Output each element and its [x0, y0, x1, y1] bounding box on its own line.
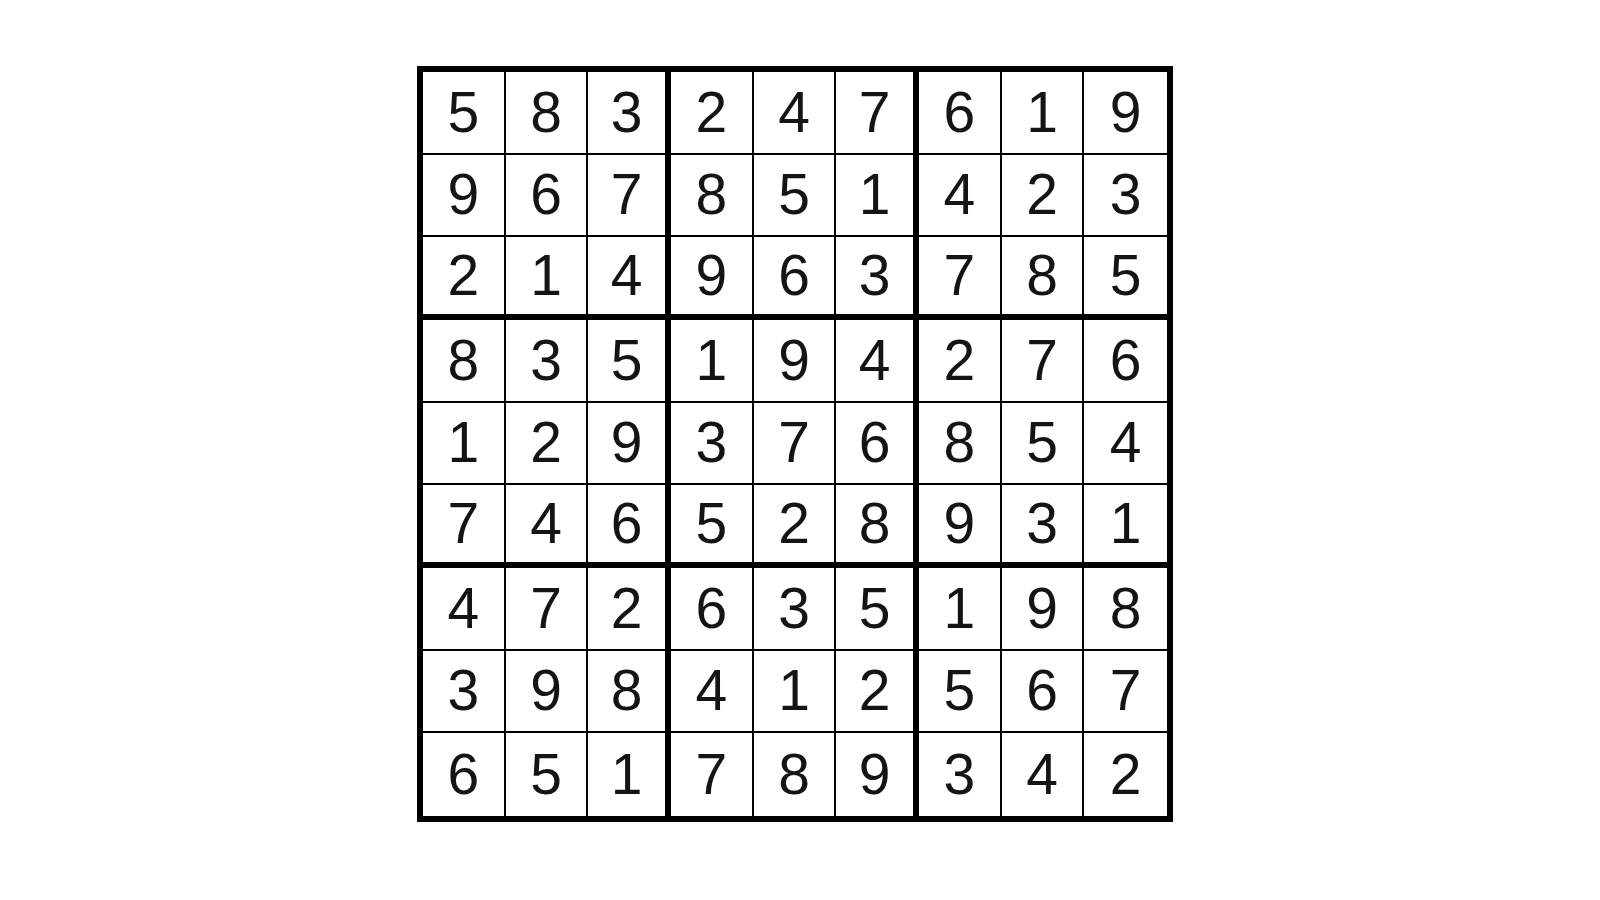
cell-r2c6[interactable]: 1	[836, 155, 919, 238]
cell-r1c1[interactable]: 5	[423, 72, 506, 155]
cell-r7c5[interactable]: 3	[754, 568, 837, 651]
cell-r8c4[interactable]: 4	[671, 651, 754, 734]
cell-r3c4[interactable]: 9	[671, 237, 754, 320]
cell-r6c4[interactable]: 5	[671, 485, 754, 568]
cell-r5c6[interactable]: 6	[836, 403, 919, 486]
cell-r5c7[interactable]: 8	[919, 403, 1002, 486]
cell-r7c3[interactable]: 2	[588, 568, 671, 651]
cell-r2c4[interactable]: 8	[671, 155, 754, 238]
cell-r1c9[interactable]: 9	[1084, 72, 1167, 155]
cell-r9c6[interactable]: 9	[836, 733, 919, 816]
cell-r3c8[interactable]: 8	[1002, 237, 1085, 320]
cell-r9c9[interactable]: 2	[1084, 733, 1167, 816]
cell-r7c6[interactable]: 5	[836, 568, 919, 651]
cell-r8c8[interactable]: 6	[1002, 651, 1085, 734]
cell-r9c4[interactable]: 7	[671, 733, 754, 816]
cell-r5c1[interactable]: 1	[423, 403, 506, 486]
cell-r9c8[interactable]: 4	[1002, 733, 1085, 816]
cell-r4c9[interactable]: 6	[1084, 320, 1167, 403]
cell-r2c3[interactable]: 7	[588, 155, 671, 238]
cell-r1c4[interactable]: 2	[671, 72, 754, 155]
cell-r9c5[interactable]: 8	[754, 733, 837, 816]
cell-r6c1[interactable]: 7	[423, 485, 506, 568]
cell-r3c2[interactable]: 1	[506, 237, 589, 320]
cell-r8c2[interactable]: 9	[506, 651, 589, 734]
cell-r5c5[interactable]: 7	[754, 403, 837, 486]
cell-r5c9[interactable]: 4	[1084, 403, 1167, 486]
cell-r7c2[interactable]: 7	[506, 568, 589, 651]
cell-r3c7[interactable]: 7	[919, 237, 1002, 320]
cell-r8c9[interactable]: 7	[1084, 651, 1167, 734]
cell-r5c4[interactable]: 3	[671, 403, 754, 486]
cell-r7c7[interactable]: 1	[919, 568, 1002, 651]
cell-r4c4[interactable]: 1	[671, 320, 754, 403]
cell-r4c5[interactable]: 9	[754, 320, 837, 403]
cell-r1c8[interactable]: 1	[1002, 72, 1085, 155]
cell-r3c3[interactable]: 4	[588, 237, 671, 320]
cell-r6c5[interactable]: 2	[754, 485, 837, 568]
page-canvas: 5832476199678514232149637858351942761293…	[0, 0, 1600, 900]
cell-r8c5[interactable]: 1	[754, 651, 837, 734]
cell-r7c9[interactable]: 8	[1084, 568, 1167, 651]
cell-r5c2[interactable]: 2	[506, 403, 589, 486]
cell-r9c2[interactable]: 5	[506, 733, 589, 816]
cell-r1c7[interactable]: 6	[919, 72, 1002, 155]
cell-r7c4[interactable]: 6	[671, 568, 754, 651]
cell-r6c7[interactable]: 9	[919, 485, 1002, 568]
cell-r4c6[interactable]: 4	[836, 320, 919, 403]
cell-r9c1[interactable]: 6	[423, 733, 506, 816]
cell-r6c3[interactable]: 6	[588, 485, 671, 568]
cell-r8c6[interactable]: 2	[836, 651, 919, 734]
cell-r1c2[interactable]: 8	[506, 72, 589, 155]
cell-r2c9[interactable]: 3	[1084, 155, 1167, 238]
cell-r4c7[interactable]: 2	[919, 320, 1002, 403]
cell-r3c6[interactable]: 3	[836, 237, 919, 320]
cell-r3c1[interactable]: 2	[423, 237, 506, 320]
cell-r6c2[interactable]: 4	[506, 485, 589, 568]
cell-r1c3[interactable]: 3	[588, 72, 671, 155]
cell-r4c8[interactable]: 7	[1002, 320, 1085, 403]
cell-r3c5[interactable]: 6	[754, 237, 837, 320]
cell-r7c8[interactable]: 9	[1002, 568, 1085, 651]
cell-r2c2[interactable]: 6	[506, 155, 589, 238]
cell-r1c6[interactable]: 7	[836, 72, 919, 155]
cell-r4c1[interactable]: 8	[423, 320, 506, 403]
cell-r8c7[interactable]: 5	[919, 651, 1002, 734]
sudoku-board: 5832476199678514232149637858351942761293…	[417, 66, 1173, 822]
cell-r3c9[interactable]: 5	[1084, 237, 1167, 320]
cell-r2c1[interactable]: 9	[423, 155, 506, 238]
cell-r2c5[interactable]: 5	[754, 155, 837, 238]
cell-r9c3[interactable]: 1	[588, 733, 671, 816]
cell-r8c1[interactable]: 3	[423, 651, 506, 734]
cell-r6c8[interactable]: 3	[1002, 485, 1085, 568]
cell-r8c3[interactable]: 8	[588, 651, 671, 734]
cell-r6c9[interactable]: 1	[1084, 485, 1167, 568]
cell-r5c3[interactable]: 9	[588, 403, 671, 486]
cell-r5c8[interactable]: 5	[1002, 403, 1085, 486]
cell-r2c7[interactable]: 4	[919, 155, 1002, 238]
cell-r4c3[interactable]: 5	[588, 320, 671, 403]
cell-r6c6[interactable]: 8	[836, 485, 919, 568]
cell-r4c2[interactable]: 3	[506, 320, 589, 403]
cell-r9c7[interactable]: 3	[919, 733, 1002, 816]
cell-r2c8[interactable]: 2	[1002, 155, 1085, 238]
cell-r7c1[interactable]: 4	[423, 568, 506, 651]
cell-r1c5[interactable]: 4	[754, 72, 837, 155]
